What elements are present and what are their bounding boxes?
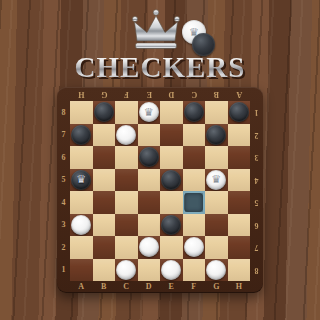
square-g8[interactable] bbox=[205, 101, 228, 124]
rank-label-left-5: 5 bbox=[57, 169, 70, 192]
square-a5[interactable]: ♛ bbox=[70, 169, 93, 192]
square-b1[interactable] bbox=[93, 259, 116, 282]
file-label-top-e: E bbox=[138, 88, 161, 101]
rank-label-left-6: 6 bbox=[57, 146, 70, 169]
rank-label-right-5: 5 bbox=[250, 191, 263, 214]
rank-label-right-7: 7 bbox=[250, 236, 263, 259]
square-f5[interactable] bbox=[183, 169, 206, 192]
square-f8[interactable] bbox=[183, 101, 206, 124]
rank-label-right-3: 3 bbox=[250, 146, 263, 169]
file-label-top-d: D bbox=[160, 88, 183, 101]
square-g5[interactable]: ♛ bbox=[205, 169, 228, 192]
square-g6[interactable] bbox=[205, 146, 228, 169]
piece-white-man[interactable] bbox=[71, 215, 91, 235]
square-h8[interactable] bbox=[228, 101, 251, 124]
rank-label-right-6: 6 bbox=[250, 214, 263, 237]
king-crown-icon: ♛ bbox=[211, 174, 221, 185]
app-background: ♛ CHECKERS CHECKERS HGFEDCBA ABCDEFGH 87… bbox=[0, 0, 320, 320]
piece-white-king[interactable]: ♛ bbox=[139, 102, 159, 122]
square-e5[interactable] bbox=[160, 169, 183, 192]
square-b5[interactable] bbox=[93, 169, 116, 192]
board-frame: HGFEDCBA ABCDEFGH 87654321 12345678 ♛♛♛ bbox=[57, 87, 263, 293]
square-f1[interactable] bbox=[183, 259, 206, 282]
square-a1[interactable] bbox=[70, 259, 93, 282]
rank-label-left-8: 8 bbox=[57, 101, 70, 124]
square-a4[interactable] bbox=[70, 191, 93, 214]
file-label-bottom-a: A bbox=[70, 280, 93, 293]
piece-black-man[interactable] bbox=[71, 125, 91, 145]
piece-white-man[interactable] bbox=[161, 260, 181, 280]
square-b4[interactable] bbox=[93, 191, 116, 214]
square-a3[interactable] bbox=[70, 214, 93, 237]
crown-logo-icon bbox=[131, 8, 181, 52]
square-d2[interactable] bbox=[138, 236, 161, 259]
file-labels-bottom: ABCDEFGH bbox=[70, 280, 250, 293]
piece-white-man[interactable] bbox=[116, 260, 136, 280]
piece-black-man[interactable] bbox=[161, 215, 181, 235]
square-b3[interactable] bbox=[93, 214, 116, 237]
file-label-bottom-g: G bbox=[205, 280, 228, 293]
square-d7[interactable] bbox=[138, 124, 161, 147]
page-title: CHECKERS CHECKERS bbox=[0, 51, 320, 87]
square-h4[interactable] bbox=[228, 191, 251, 214]
square-b7[interactable] bbox=[93, 124, 116, 147]
file-label-bottom-f: F bbox=[183, 280, 206, 293]
square-f2[interactable] bbox=[183, 236, 206, 259]
square-b8[interactable] bbox=[93, 101, 116, 124]
king-crown-icon: ♛ bbox=[76, 174, 86, 185]
square-b2[interactable] bbox=[93, 236, 116, 259]
file-label-bottom-e: E bbox=[160, 280, 183, 293]
square-c6[interactable] bbox=[115, 146, 138, 169]
square-a2[interactable] bbox=[70, 236, 93, 259]
square-e7[interactable] bbox=[160, 124, 183, 147]
file-label-top-b: B bbox=[205, 88, 228, 101]
file-label-bottom-d: D bbox=[138, 280, 161, 293]
square-f6[interactable] bbox=[183, 146, 206, 169]
square-f4[interactable] bbox=[183, 191, 206, 214]
square-d1[interactable] bbox=[138, 259, 161, 282]
page-title-text: CHECKERS bbox=[0, 51, 320, 84]
rank-label-left-3: 3 bbox=[57, 214, 70, 237]
square-g3[interactable] bbox=[205, 214, 228, 237]
rank-label-left-4: 4 bbox=[57, 191, 70, 214]
rank-label-right-8: 8 bbox=[250, 259, 263, 282]
piece-white-man[interactable] bbox=[116, 125, 136, 145]
square-c7[interactable] bbox=[115, 124, 138, 147]
rank-label-left-7: 7 bbox=[57, 124, 70, 147]
rank-label-right-1: 1 bbox=[250, 101, 263, 124]
rank-labels-right: 12345678 bbox=[250, 101, 263, 281]
square-a6[interactable] bbox=[70, 146, 93, 169]
piece-black-man[interactable] bbox=[94, 102, 114, 122]
square-h5[interactable] bbox=[228, 169, 251, 192]
file-label-bottom-b: B bbox=[93, 280, 116, 293]
square-c8[interactable] bbox=[115, 101, 138, 124]
square-g2[interactable] bbox=[205, 236, 228, 259]
piece-white-man[interactable] bbox=[139, 237, 159, 257]
piece-white-man[interactable] bbox=[184, 237, 204, 257]
file-label-top-c: C bbox=[183, 88, 206, 101]
move-hint-ghost-piece[interactable] bbox=[184, 193, 203, 212]
square-g1[interactable] bbox=[205, 259, 228, 282]
square-c5[interactable] bbox=[115, 169, 138, 192]
square-h6[interactable] bbox=[228, 146, 251, 169]
square-d3[interactable] bbox=[138, 214, 161, 237]
square-c3[interactable] bbox=[115, 214, 138, 237]
square-g4[interactable] bbox=[205, 191, 228, 214]
king-crown-icon: ♛ bbox=[144, 107, 154, 118]
rank-label-left-1: 1 bbox=[57, 259, 70, 282]
square-h1[interactable] bbox=[228, 259, 251, 282]
piece-white-man[interactable] bbox=[206, 260, 226, 280]
square-d5[interactable] bbox=[138, 169, 161, 192]
piece-black-man[interactable] bbox=[184, 102, 204, 122]
square-e3[interactable] bbox=[160, 214, 183, 237]
square-h7[interactable] bbox=[228, 124, 251, 147]
square-e1[interactable] bbox=[160, 259, 183, 282]
rank-label-right-2: 2 bbox=[250, 124, 263, 147]
square-h2[interactable] bbox=[228, 236, 251, 259]
black-checker-logo-icon bbox=[192, 33, 215, 56]
square-b6[interactable] bbox=[93, 146, 116, 169]
piece-white-king[interactable]: ♛ bbox=[206, 170, 226, 190]
square-a7[interactable] bbox=[70, 124, 93, 147]
piece-black-man[interactable] bbox=[139, 147, 159, 167]
rank-labels-left: 87654321 bbox=[57, 101, 70, 281]
square-e4[interactable] bbox=[160, 191, 183, 214]
piece-black-man[interactable] bbox=[161, 170, 181, 190]
piece-black-man[interactable] bbox=[229, 102, 249, 122]
square-f7[interactable] bbox=[183, 124, 206, 147]
square-e8[interactable] bbox=[160, 101, 183, 124]
rank-label-right-4: 4 bbox=[250, 169, 263, 192]
square-g7[interactable] bbox=[205, 124, 228, 147]
piece-black-man[interactable] bbox=[206, 125, 226, 145]
square-d8[interactable]: ♛ bbox=[138, 101, 161, 124]
square-d6[interactable] bbox=[138, 146, 161, 169]
file-label-top-f: F bbox=[115, 88, 138, 101]
file-labels-top: HGFEDCBA bbox=[70, 88, 250, 101]
square-c2[interactable] bbox=[115, 236, 138, 259]
square-e2[interactable] bbox=[160, 236, 183, 259]
square-a8[interactable] bbox=[70, 101, 93, 124]
piece-black-king[interactable]: ♛ bbox=[71, 170, 91, 190]
square-d4[interactable] bbox=[138, 191, 161, 214]
square-f3[interactable] bbox=[183, 214, 206, 237]
file-label-bottom-c: C bbox=[115, 280, 138, 293]
file-label-top-g: G bbox=[93, 88, 116, 101]
file-label-top-a: A bbox=[228, 88, 251, 101]
square-h3[interactable] bbox=[228, 214, 251, 237]
file-label-top-h: H bbox=[70, 88, 93, 101]
square-e6[interactable] bbox=[160, 146, 183, 169]
square-c4[interactable] bbox=[115, 191, 138, 214]
square-c1[interactable] bbox=[115, 259, 138, 282]
board-grid: ♛♛♛ bbox=[70, 101, 250, 281]
rank-label-left-2: 2 bbox=[57, 236, 70, 259]
file-label-bottom-h: H bbox=[228, 280, 251, 293]
